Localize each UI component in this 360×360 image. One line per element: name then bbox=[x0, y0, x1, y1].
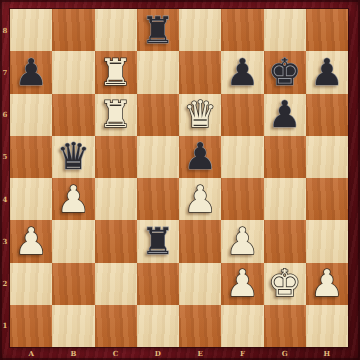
square-b5[interactable]: ♛ bbox=[52, 136, 94, 178]
square-g6[interactable]: ♟ bbox=[264, 94, 306, 136]
square-f8[interactable] bbox=[221, 9, 263, 51]
square-d8[interactable]: ♜ bbox=[137, 9, 179, 51]
square-d7[interactable] bbox=[137, 51, 179, 93]
rank-label-4: 4 bbox=[0, 178, 10, 220]
square-f5[interactable] bbox=[221, 136, 263, 178]
square-d4[interactable] bbox=[137, 178, 179, 220]
square-h1[interactable] bbox=[306, 305, 348, 347]
square-e1[interactable] bbox=[179, 305, 221, 347]
square-h2[interactable]: ♟ bbox=[306, 263, 348, 305]
square-g7[interactable]: ♚ bbox=[264, 51, 306, 93]
white-rook[interactable]: ♜ bbox=[99, 96, 132, 133]
square-c4[interactable] bbox=[95, 178, 137, 220]
white-pawn[interactable]: ♟ bbox=[184, 181, 217, 218]
square-d1[interactable] bbox=[137, 305, 179, 347]
white-pawn[interactable]: ♟ bbox=[226, 265, 259, 302]
square-g1[interactable] bbox=[264, 305, 306, 347]
file-label-f: f bbox=[221, 347, 263, 360]
square-b6[interactable] bbox=[52, 94, 94, 136]
file-label-a: a bbox=[10, 347, 52, 360]
square-b2[interactable] bbox=[52, 263, 94, 305]
square-f2[interactable]: ♟ bbox=[221, 263, 263, 305]
black-pawn[interactable]: ♟ bbox=[15, 54, 48, 91]
file-label-c: c bbox=[95, 347, 137, 360]
square-a6[interactable] bbox=[10, 94, 52, 136]
square-c2[interactable] bbox=[95, 263, 137, 305]
white-queen[interactable]: ♛ bbox=[184, 96, 217, 133]
rank-label-2: 2 bbox=[0, 263, 10, 305]
rank-label-8: 8 bbox=[0, 9, 10, 51]
square-f3[interactable]: ♟ bbox=[221, 220, 263, 262]
chess-board-screenshot: 87654321 ♜♟♜♟♚♟♜♛♟♛♟♟♟♟♜♟♟♚♟ abcdefgh bbox=[0, 0, 360, 360]
square-g3[interactable] bbox=[264, 220, 306, 262]
square-c8[interactable] bbox=[95, 9, 137, 51]
square-g5[interactable] bbox=[264, 136, 306, 178]
square-a1[interactable] bbox=[10, 305, 52, 347]
square-f7[interactable]: ♟ bbox=[221, 51, 263, 93]
square-h3[interactable] bbox=[306, 220, 348, 262]
square-a2[interactable] bbox=[10, 263, 52, 305]
black-pawn[interactable]: ♟ bbox=[184, 138, 217, 175]
file-labels: abcdefgh bbox=[10, 347, 348, 360]
square-b8[interactable] bbox=[52, 9, 94, 51]
white-pawn[interactable]: ♟ bbox=[15, 223, 48, 260]
white-rook[interactable]: ♜ bbox=[99, 54, 132, 91]
square-h6[interactable] bbox=[306, 94, 348, 136]
square-d3[interactable]: ♜ bbox=[137, 220, 179, 262]
square-h5[interactable] bbox=[306, 136, 348, 178]
black-pawn[interactable]: ♟ bbox=[310, 54, 343, 91]
square-h8[interactable] bbox=[306, 9, 348, 51]
square-c1[interactable] bbox=[95, 305, 137, 347]
black-rook[interactable]: ♜ bbox=[141, 12, 174, 49]
square-e4[interactable]: ♟ bbox=[179, 178, 221, 220]
black-pawn[interactable]: ♟ bbox=[226, 54, 259, 91]
square-c7[interactable]: ♜ bbox=[95, 51, 137, 93]
square-c5[interactable] bbox=[95, 136, 137, 178]
black-queen[interactable]: ♛ bbox=[57, 138, 90, 175]
file-label-g: g bbox=[264, 347, 306, 360]
black-king[interactable]: ♚ bbox=[268, 54, 301, 91]
square-a8[interactable] bbox=[10, 9, 52, 51]
square-f4[interactable] bbox=[221, 178, 263, 220]
rank-label-6: 6 bbox=[0, 94, 10, 136]
square-d5[interactable] bbox=[137, 136, 179, 178]
rank-label-5: 5 bbox=[0, 136, 10, 178]
square-a5[interactable] bbox=[10, 136, 52, 178]
chess-board: ♜♟♜♟♚♟♜♛♟♛♟♟♟♟♜♟♟♚♟ bbox=[10, 9, 348, 347]
file-label-b: b bbox=[52, 347, 94, 360]
square-e8[interactable] bbox=[179, 9, 221, 51]
square-g8[interactable] bbox=[264, 9, 306, 51]
square-a7[interactable]: ♟ bbox=[10, 51, 52, 93]
black-rook[interactable]: ♜ bbox=[141, 223, 174, 260]
square-c3[interactable] bbox=[95, 220, 137, 262]
square-b4[interactable]: ♟ bbox=[52, 178, 94, 220]
square-g4[interactable] bbox=[264, 178, 306, 220]
square-f1[interactable] bbox=[221, 305, 263, 347]
square-d6[interactable] bbox=[137, 94, 179, 136]
square-b3[interactable] bbox=[52, 220, 94, 262]
file-label-e: e bbox=[179, 347, 221, 360]
square-e6[interactable]: ♛ bbox=[179, 94, 221, 136]
rank-labels: 87654321 bbox=[0, 9, 10, 347]
white-king[interactable]: ♚ bbox=[268, 265, 301, 302]
square-e5[interactable]: ♟ bbox=[179, 136, 221, 178]
rank-label-7: 7 bbox=[0, 51, 10, 93]
rank-label-1: 1 bbox=[0, 305, 10, 347]
white-pawn[interactable]: ♟ bbox=[226, 223, 259, 260]
white-pawn[interactable]: ♟ bbox=[57, 181, 90, 218]
square-h7[interactable]: ♟ bbox=[306, 51, 348, 93]
square-e7[interactable] bbox=[179, 51, 221, 93]
square-b1[interactable] bbox=[52, 305, 94, 347]
square-d2[interactable] bbox=[137, 263, 179, 305]
square-g2[interactable]: ♚ bbox=[264, 263, 306, 305]
file-label-h: h bbox=[306, 347, 348, 360]
black-pawn[interactable]: ♟ bbox=[268, 96, 301, 133]
square-e2[interactable] bbox=[179, 263, 221, 305]
rank-label-3: 3 bbox=[0, 220, 10, 262]
square-b7[interactable] bbox=[52, 51, 94, 93]
white-pawn[interactable]: ♟ bbox=[310, 265, 343, 302]
square-c6[interactable]: ♜ bbox=[95, 94, 137, 136]
square-h4[interactable] bbox=[306, 178, 348, 220]
square-a3[interactable]: ♟ bbox=[10, 220, 52, 262]
file-label-d: d bbox=[137, 347, 179, 360]
square-a4[interactable] bbox=[10, 178, 52, 220]
square-f6[interactable] bbox=[221, 94, 263, 136]
square-e3[interactable] bbox=[179, 220, 221, 262]
